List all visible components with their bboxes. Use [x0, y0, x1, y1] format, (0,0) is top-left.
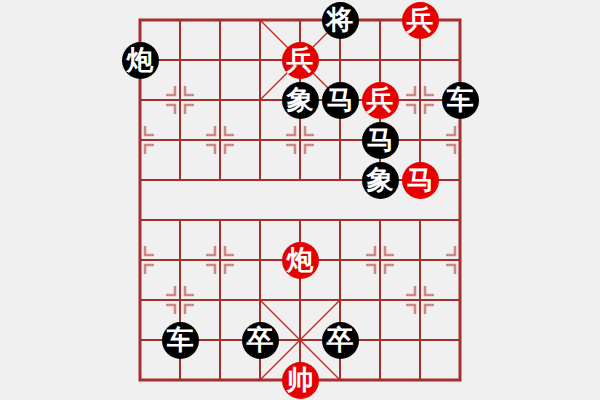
board-intersection-c7: [200, 80, 240, 120]
board-intersection-c1: [200, 320, 240, 360]
board-intersection-d4: [240, 200, 280, 240]
board-intersection-b1: 车: [160, 320, 200, 360]
board-intersection-h8: [400, 40, 440, 80]
board-intersection-e9: [280, 0, 320, 40]
board-intersection-e1: [280, 320, 320, 360]
board-intersection-a7: [120, 80, 160, 120]
board-intersection-e8: 兵: [280, 40, 320, 80]
board-intersection-g1: [360, 320, 400, 360]
board-intersection-g0: [360, 360, 400, 400]
board-intersection-h3: [400, 240, 440, 280]
board-intersection-d5: [240, 160, 280, 200]
piece-red-horse[interactable]: 马: [402, 162, 439, 199]
board-intersection-h6: [400, 120, 440, 160]
board-intersection-c5: [200, 160, 240, 200]
piece-black-pawn[interactable]: 卒: [322, 322, 359, 359]
board-intersection-f4: [320, 200, 360, 240]
board-intersection-f3: [320, 240, 360, 280]
board-intersection-h5: 马: [400, 160, 440, 200]
board-intersection-g7: 兵: [360, 80, 400, 120]
board-intersection-h7: [400, 80, 440, 120]
board-intersection-c2: [200, 280, 240, 320]
board-intersection-d8: [240, 40, 280, 80]
board-intersection-i1: [440, 320, 480, 360]
board-intersection-f0: [320, 360, 360, 400]
board-intersection-e7: 象: [280, 80, 320, 120]
board-intersection-i0: [440, 360, 480, 400]
pieces-grid: 将兵炮兵象马兵车马象马炮车卒卒帅: [120, 0, 480, 400]
board-intersection-e3: 炮: [280, 240, 320, 280]
board-intersection-b2: [160, 280, 200, 320]
piece-black-chariot[interactable]: 车: [162, 322, 199, 359]
board-intersection-d7: [240, 80, 280, 120]
board-intersection-f7: 马: [320, 80, 360, 120]
board-intersection-e5: [280, 160, 320, 200]
xiangqi-board: 将兵炮兵象马兵车马象马炮车卒卒帅: [0, 0, 600, 400]
board-intersection-c0: [200, 360, 240, 400]
piece-red-general[interactable]: 帅: [282, 362, 319, 399]
piece-red-pawn[interactable]: 兵: [282, 42, 319, 79]
board-intersection-d1: 卒: [240, 320, 280, 360]
board-intersection-i2: [440, 280, 480, 320]
piece-black-general[interactable]: 将: [322, 2, 359, 39]
board-intersection-f1: 卒: [320, 320, 360, 360]
board-intersection-i6: [440, 120, 480, 160]
board-intersection-i9: [440, 0, 480, 40]
piece-black-chariot[interactable]: 车: [442, 82, 479, 119]
board-intersection-a5: [120, 160, 160, 200]
board-intersection-e0: 帅: [280, 360, 320, 400]
board-intersection-c6: [200, 120, 240, 160]
board-intersection-c8: [200, 40, 240, 80]
board-intersection-c4: [200, 200, 240, 240]
board-intersection-d0: [240, 360, 280, 400]
board-intersection-f6: [320, 120, 360, 160]
board-intersection-f2: [320, 280, 360, 320]
board-intersection-d6: [240, 120, 280, 160]
board-intersection-a4: [120, 200, 160, 240]
piece-red-pawn[interactable]: 兵: [362, 82, 399, 119]
board-intersection-h4: [400, 200, 440, 240]
board-intersection-g3: [360, 240, 400, 280]
board-intersection-f5: [320, 160, 360, 200]
board-intersection-i4: [440, 200, 480, 240]
board-intersection-h9: 兵: [400, 0, 440, 40]
board-intersection-b8: [160, 40, 200, 80]
piece-black-cannon[interactable]: 炮: [122, 42, 159, 79]
board-intersection-h2: [400, 280, 440, 320]
piece-black-elephant[interactable]: 象: [282, 82, 319, 119]
board-intersection-g6: 马: [360, 120, 400, 160]
board-intersection-i3: [440, 240, 480, 280]
board-intersection-b3: [160, 240, 200, 280]
board-intersection-g5: 象: [360, 160, 400, 200]
board-intersection-a2: [120, 280, 160, 320]
board-intersection-g8: [360, 40, 400, 80]
piece-black-horse[interactable]: 马: [362, 122, 399, 159]
board-intersection-a3: [120, 240, 160, 280]
board-intersection-i8: [440, 40, 480, 80]
piece-black-elephant[interactable]: 象: [362, 162, 399, 199]
board-intersection-a6: [120, 120, 160, 160]
board-intersection-e2: [280, 280, 320, 320]
board-intersection-a0: [120, 360, 160, 400]
board-intersection-a1: [120, 320, 160, 360]
board-intersection-h1: [400, 320, 440, 360]
board-intersection-f9: 将: [320, 0, 360, 40]
board-intersection-e4: [280, 200, 320, 240]
board-intersection-a9: [120, 0, 160, 40]
board-intersection-b7: [160, 80, 200, 120]
board-intersection-f8: [320, 40, 360, 80]
board-intersection-g4: [360, 200, 400, 240]
board-intersection-c9: [200, 0, 240, 40]
board-intersection-i5: [440, 160, 480, 200]
piece-black-horse[interactable]: 马: [322, 82, 359, 119]
piece-black-pawn[interactable]: 卒: [242, 322, 279, 359]
board-intersection-g9: [360, 0, 400, 40]
board-intersection-c3: [200, 240, 240, 280]
board-intersection-g2: [360, 280, 400, 320]
board-intersection-b0: [160, 360, 200, 400]
piece-red-cannon[interactable]: 炮: [282, 242, 319, 279]
board-intersection-i7: 车: [440, 80, 480, 120]
board-intersection-d9: [240, 0, 280, 40]
board-intersection-b9: [160, 0, 200, 40]
board-intersection-b6: [160, 120, 200, 160]
piece-red-pawn[interactable]: 兵: [402, 2, 439, 39]
board-intersection-e6: [280, 120, 320, 160]
board-intersection-b4: [160, 200, 200, 240]
board-intersection-a8: 炮: [120, 40, 160, 80]
board-intersection-h0: [400, 360, 440, 400]
board-intersection-d3: [240, 240, 280, 280]
board-intersection-b5: [160, 160, 200, 200]
board-intersection-d2: [240, 280, 280, 320]
